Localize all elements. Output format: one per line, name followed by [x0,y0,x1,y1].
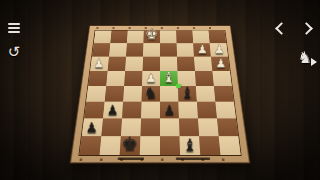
square-e1[interactable]: ♚ [143,31,160,44]
square-e7[interactable] [140,118,160,136]
square-a8[interactable] [219,136,241,155]
black-pawn[interactable]: ♟ [160,104,179,117]
square-b3[interactable] [194,57,212,71]
square-h2[interactable] [92,43,110,56]
square-g4[interactable] [106,71,125,86]
square-e8[interactable] [140,136,160,155]
chevron-right-icon [300,22,313,35]
square-g6[interactable]: ♟ [103,102,123,119]
move-nav [273,21,314,35]
board-frame: ♚♟♟♟♟♟♝♞♝♟♟♟♚♝ [69,25,250,163]
square-h7[interactable]: ♟ [82,118,103,136]
menu-icon[interactable] [6,21,22,35]
square-h8[interactable] [79,136,101,155]
square-h1[interactable] [94,31,112,44]
square-f6[interactable] [122,102,142,119]
square-b5[interactable] [196,86,215,102]
black-bishop[interactable]: ♝ [178,85,196,100]
white-bishop[interactable]: ♝ [160,70,178,85]
previous-move-button[interactable] [273,21,289,35]
white-king[interactable]: ♚ [143,27,160,42]
square-a4[interactable] [212,71,231,86]
board-grid: ♚♟♟♟♟♟♝♞♝♟♟♟♚♝ [79,31,240,156]
black-king[interactable]: ♚ [120,135,140,153]
square-d5[interactable] [160,86,178,102]
square-d1[interactable] [160,31,177,44]
square-c7[interactable] [179,118,199,136]
bottom-left-caption [117,158,144,161]
square-a5[interactable] [214,86,234,102]
square-c3[interactable] [177,57,195,71]
square-b2[interactable]: ♟ [193,43,211,56]
square-g3[interactable] [108,57,126,71]
square-b8[interactable] [199,136,220,155]
square-c8[interactable]: ♝ [180,136,201,155]
app-screen: ↺ ♞ ♚♟♟♟♟♟♝♞♝♟♟♟♚♝ [0,0,320,180]
square-c1[interactable] [176,31,193,44]
square-f4[interactable] [124,71,142,86]
square-f2[interactable] [126,43,143,56]
bottom-right-caption [176,158,210,161]
square-a3[interactable]: ♟ [211,57,230,71]
square-d7[interactable] [160,118,180,136]
square-d2[interactable] [160,43,177,56]
square-b7[interactable] [198,118,219,136]
square-h6[interactable] [84,102,105,119]
square-a2[interactable]: ♟ [210,43,228,56]
square-e3[interactable] [143,57,160,71]
left-toolbar: ↺ [6,21,22,59]
next-move-button[interactable] [298,21,314,35]
white-pawn[interactable]: ♟ [212,58,229,70]
square-c6[interactable] [178,102,198,119]
square-f3[interactable] [125,57,143,71]
black-knight[interactable]: ♞ [142,85,160,100]
square-g1[interactable] [110,31,127,44]
white-pawn[interactable]: ♟ [90,58,107,70]
black-pawn[interactable]: ♟ [103,104,122,117]
right-toolbar: ♞ [273,21,314,65]
hint-button[interactable]: ♞ [297,51,313,65]
undo-glyph: ↺ [8,45,21,60]
square-g2[interactable] [109,43,127,56]
undo-icon[interactable]: ↺ [6,45,22,59]
square-h5[interactable] [86,86,106,102]
square-c2[interactable] [177,43,194,56]
square-h4[interactable] [88,71,107,86]
square-e6[interactable] [141,102,160,119]
black-bishop[interactable]: ♝ [180,137,200,154]
square-d6[interactable]: ♟ [160,102,179,119]
square-f5[interactable] [123,86,142,102]
square-d8[interactable] [160,136,180,155]
black-pawn[interactable]: ♟ [82,121,102,135]
square-e5[interactable]: ♞ [142,86,160,102]
square-a6[interactable] [215,102,236,119]
chevron-left-icon [275,22,288,35]
square-d4[interactable]: ♝ [160,71,178,86]
board-scene: ♚♟♟♟♟♟♝♞♝♟♟♟♚♝ [58,0,262,180]
white-pawn[interactable]: ♟ [211,44,228,56]
square-b6[interactable] [197,102,217,119]
white-pawn[interactable]: ♟ [194,44,211,56]
square-c5[interactable]: ♝ [178,86,197,102]
square-f1[interactable] [127,31,144,44]
square-g8[interactable] [100,136,121,155]
square-f8[interactable]: ♚ [120,136,141,155]
square-b4[interactable] [195,71,214,86]
square-g7[interactable] [101,118,122,136]
square-a7[interactable] [217,118,238,136]
square-e2[interactable] [143,43,160,56]
square-g5[interactable] [105,86,124,102]
square-h3[interactable]: ♟ [90,57,109,71]
play-triangle-icon [311,58,317,66]
